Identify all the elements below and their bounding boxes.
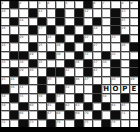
- grid-cell[interactable]: 17: [38, 26, 46, 33]
- black-cell: [130, 68, 138, 75]
- grid-cell[interactable]: 7: [102, 1, 110, 8]
- black-cell: [111, 18, 119, 25]
- grid-cell[interactable]: 41: [65, 68, 73, 75]
- black-cell: [38, 18, 46, 25]
- grid-cell[interactable]: [102, 9, 110, 16]
- grid-cell[interactable]: [130, 103, 138, 110]
- clue-number: 30: [56, 52, 60, 55]
- grid-cell[interactable]: 49: [130, 77, 138, 84]
- clue-number: 15: [121, 18, 125, 21]
- grid-cell[interactable]: 8: [121, 1, 129, 8]
- grid-cell[interactable]: [130, 35, 138, 42]
- black-cell: [65, 111, 73, 118]
- grid-cell[interactable]: [29, 18, 37, 25]
- grid-cell[interactable]: [65, 120, 73, 127]
- grid-cell[interactable]: [111, 43, 119, 50]
- grid-cell[interactable]: 71: [121, 111, 129, 118]
- clue-number: 35: [38, 60, 42, 63]
- grid-cell[interactable]: 55: [19, 94, 27, 101]
- black-cell: [130, 43, 138, 50]
- clue-number: 14: [19, 18, 23, 21]
- grid-cell[interactable]: [102, 35, 110, 42]
- grid-cell[interactable]: 26: [56, 43, 64, 50]
- black-cell: [75, 120, 83, 127]
- black-cell: [10, 94, 18, 101]
- grid-cell[interactable]: 3: [38, 1, 46, 8]
- black-cell: [10, 52, 18, 59]
- grid-cell[interactable]: 62: [65, 103, 73, 110]
- grid-cell[interactable]: [29, 35, 37, 42]
- black-cell: [56, 18, 64, 25]
- black-cell: [84, 103, 92, 110]
- grid-cell[interactable]: 73: [29, 120, 37, 127]
- grid-cell[interactable]: [47, 43, 55, 50]
- grid-cell[interactable]: 54: [1, 94, 9, 101]
- black-cell: [19, 103, 27, 110]
- grid-cell[interactable]: [93, 120, 101, 127]
- grid-cell[interactable]: 11: [38, 9, 46, 16]
- grid-cell[interactable]: [65, 52, 73, 59]
- grid-cell[interactable]: [93, 77, 101, 84]
- grid-cell[interactable]: 67: [47, 111, 55, 118]
- clue-number: 51: [19, 85, 23, 88]
- grid-cell[interactable]: 61: [47, 103, 55, 110]
- grid-cell[interactable]: 6: [93, 1, 101, 8]
- clue-number: 23: [111, 35, 115, 38]
- grid-cell[interactable]: 20: [19, 35, 27, 42]
- grid-cell[interactable]: [1, 111, 9, 118]
- grid-cell[interactable]: O: [111, 85, 119, 93]
- grid-cell[interactable]: [19, 26, 27, 33]
- clue-number: 50: [10, 85, 14, 88]
- black-cell: [56, 9, 64, 16]
- grid-cell[interactable]: [29, 111, 37, 118]
- grid-cell[interactable]: [130, 52, 138, 59]
- grid-cell[interactable]: 22: [84, 35, 92, 42]
- grid-cell[interactable]: 65: [121, 103, 129, 110]
- grid-cell[interactable]: [47, 9, 55, 16]
- grid-cell[interactable]: [56, 77, 64, 84]
- clue-number: 64: [111, 103, 115, 106]
- grid-cell[interactable]: [130, 120, 138, 127]
- grid-cell[interactable]: [10, 120, 18, 127]
- grid-cell[interactable]: [29, 85, 37, 93]
- clue-number: 68: [56, 111, 60, 114]
- clue-number: 47: [84, 77, 88, 80]
- grid-cell[interactable]: 37: [93, 60, 101, 67]
- black-cell: [56, 68, 64, 75]
- black-cell: [75, 94, 83, 101]
- grid-cell[interactable]: [47, 60, 55, 67]
- grid-cell[interactable]: 75: [84, 120, 92, 127]
- clue-number: 25: [38, 43, 42, 46]
- clue-number: 11: [38, 9, 42, 12]
- grid-cell[interactable]: [121, 77, 129, 84]
- black-cell: [38, 85, 46, 93]
- black-cell: [29, 60, 37, 67]
- black-cell: [47, 68, 55, 75]
- clue-number: 44: [10, 77, 14, 80]
- black-cell: [10, 18, 18, 25]
- grid-cell[interactable]: 14: [19, 18, 27, 25]
- grid-cell[interactable]: 45: [47, 77, 55, 84]
- clue-number: 21: [47, 35, 51, 38]
- clue-number: 76: [111, 120, 115, 123]
- clue-number: 65: [121, 103, 125, 106]
- clue-number: 19: [121, 26, 125, 29]
- grid-cell[interactable]: [111, 94, 119, 101]
- grid-cell[interactable]: [19, 9, 27, 16]
- clue-number: 52: [65, 85, 69, 88]
- clue-number: 10: [1, 9, 5, 12]
- grid-cell[interactable]: [84, 94, 92, 101]
- clue-number: 62: [65, 103, 69, 106]
- black-cell: [56, 85, 64, 93]
- grid-cell[interactable]: [10, 43, 18, 50]
- clue-number: 69: [75, 111, 79, 114]
- grid-cell[interactable]: [75, 1, 83, 8]
- black-cell: [111, 111, 119, 118]
- grid-cell[interactable]: 29: [29, 52, 37, 59]
- grid-cell[interactable]: 60: [29, 103, 37, 110]
- clue-number: 45: [47, 77, 51, 80]
- grid-cell[interactable]: [1, 52, 9, 59]
- grid-cell[interactable]: 28: [121, 43, 129, 50]
- grid-cell[interactable]: [38, 35, 46, 42]
- black-cell: [47, 26, 55, 33]
- black-cell: [19, 77, 27, 84]
- grid-cell[interactable]: [1, 18, 9, 25]
- grid-cell[interactable]: E: [130, 85, 138, 93]
- clue-number: 32: [111, 52, 115, 55]
- grid-cell[interactable]: 1: [1, 1, 9, 8]
- clue-number: 22: [84, 35, 88, 38]
- grid-cell[interactable]: [10, 9, 18, 16]
- grid-cell[interactable]: 53H: [102, 85, 110, 93]
- grid-cell[interactable]: [93, 35, 101, 42]
- grid-cell[interactable]: [121, 68, 129, 75]
- black-cell: [56, 35, 64, 42]
- clue-number: 57: [56, 94, 60, 97]
- grid-cell[interactable]: 57: [56, 94, 64, 101]
- grid-cell[interactable]: [29, 94, 37, 101]
- black-cell: [93, 111, 101, 118]
- black-cell: [93, 94, 101, 101]
- grid-cell[interactable]: [47, 18, 55, 25]
- grid-cell[interactable]: 68: [56, 111, 64, 118]
- clue-number: 33: [1, 60, 5, 63]
- crossword-app: 1234567891011121314151617181920212223242…: [0, 0, 140, 132]
- clue-number: 26: [56, 43, 60, 46]
- grid-cell[interactable]: 25: [38, 43, 46, 50]
- clue-number: 12: [84, 9, 88, 12]
- grid-cell[interactable]: [10, 103, 18, 110]
- grid-cell[interactable]: 63: [75, 103, 83, 110]
- clue-number: 72: [1, 120, 5, 123]
- grid-cell[interactable]: [65, 94, 73, 101]
- clue-number: 31: [84, 52, 88, 55]
- clue-number: 60: [29, 103, 33, 106]
- filled-letter: E: [131, 86, 136, 93]
- clue-number: 20: [19, 35, 23, 38]
- clue-number: 66: [19, 111, 23, 114]
- grid-cell[interactable]: 48: [111, 77, 119, 84]
- black-cell: [121, 35, 129, 42]
- clue-number: 59: [1, 103, 5, 106]
- black-cell: [121, 94, 129, 101]
- grid-cell[interactable]: [75, 68, 83, 75]
- grid-cell[interactable]: [1, 35, 9, 42]
- black-cell: [19, 52, 27, 59]
- grid-cell[interactable]: [19, 43, 27, 50]
- clue-number: 8: [121, 1, 123, 4]
- black-cell: [75, 18, 83, 25]
- black-cell: [102, 103, 110, 110]
- grid-cell[interactable]: 10: [1, 9, 9, 16]
- clue-number: 61: [47, 103, 51, 106]
- black-cell: [84, 60, 92, 67]
- grid-cell[interactable]: 39: [19, 68, 27, 75]
- black-cell: [65, 43, 73, 50]
- clue-number: 7: [102, 1, 104, 4]
- grid-cell[interactable]: [121, 60, 129, 67]
- grid-cell[interactable]: [29, 77, 37, 84]
- clue-number: 71: [121, 111, 125, 114]
- black-cell: [38, 77, 46, 84]
- grid-cell[interactable]: [130, 94, 138, 101]
- grid-cell[interactable]: [65, 9, 73, 16]
- grid-cell[interactable]: 59: [1, 103, 9, 110]
- grid-cell[interactable]: 74: [56, 120, 64, 127]
- clue-number: 16: [1, 26, 5, 29]
- black-cell: [111, 60, 119, 67]
- clue-number: 24: [1, 43, 5, 46]
- grid-cell[interactable]: [93, 103, 101, 110]
- black-cell: [65, 26, 73, 33]
- grid-cell[interactable]: [102, 43, 110, 50]
- clue-number: 36: [75, 60, 79, 63]
- grid-cell[interactable]: [130, 111, 138, 118]
- grid-cell[interactable]: [1, 68, 9, 75]
- clue-number: 39: [19, 68, 23, 71]
- clue-number: 75: [84, 120, 88, 123]
- black-cell: [84, 1, 92, 8]
- clue-number: 37: [93, 60, 97, 63]
- clue-number: 63: [75, 103, 79, 106]
- clue-number: 48: [111, 77, 115, 80]
- clue-number: 3: [38, 1, 40, 4]
- grid-cell[interactable]: 38: [102, 60, 110, 67]
- black-cell: [65, 60, 73, 67]
- grid-cell[interactable]: 64: [111, 103, 119, 110]
- grid-cell[interactable]: [29, 1, 37, 8]
- grid-cell[interactable]: 76: [111, 120, 119, 127]
- grid-cell[interactable]: [93, 52, 101, 59]
- grid-cell[interactable]: 4: [47, 1, 55, 8]
- black-cell: [10, 111, 18, 118]
- grid-cell[interactable]: 31: [84, 52, 92, 59]
- black-cell: [29, 26, 37, 33]
- clue-number: 28: [121, 43, 125, 46]
- grid-cell[interactable]: [111, 1, 119, 8]
- grid-cell[interactable]: [56, 1, 64, 8]
- grid-cell[interactable]: 33: [1, 60, 9, 67]
- clue-number: 9: [130, 1, 132, 4]
- grid-cell[interactable]: 16: [1, 26, 9, 33]
- grid-cell[interactable]: 18: [93, 26, 101, 33]
- clue-number: 27: [93, 43, 97, 46]
- clue-number: 4: [47, 1, 49, 4]
- grid-cell[interactable]: 27: [93, 43, 101, 50]
- clue-number: 6: [93, 1, 95, 4]
- grid-cell[interactable]: [93, 9, 101, 16]
- grid-cell[interactable]: 66: [19, 111, 27, 118]
- grid-cell[interactable]: [102, 77, 110, 84]
- grid-cell[interactable]: 2: [19, 1, 27, 8]
- crossword-grid: 1234567891011121314151617181920212223242…: [0, 0, 140, 132]
- grid-cell[interactable]: 50: [10, 85, 18, 93]
- black-cell: [75, 35, 83, 42]
- grid-cell[interactable]: [56, 60, 64, 67]
- black-cell: [56, 103, 64, 110]
- grid-cell[interactable]: 19: [121, 26, 129, 33]
- grid-cell[interactable]: 12: [84, 9, 92, 16]
- grid-cell[interactable]: [38, 52, 46, 59]
- clue-number: 41: [65, 68, 69, 71]
- clue-number: 2: [19, 1, 21, 4]
- grid-cell[interactable]: [10, 60, 18, 67]
- grid-cell[interactable]: [130, 26, 138, 33]
- clue-number: 54: [1, 94, 5, 97]
- grid-cell[interactable]: 23: [111, 35, 119, 42]
- black-cell: [29, 9, 37, 16]
- grid-cell[interactable]: 46: [75, 77, 83, 84]
- black-cell: [10, 35, 18, 42]
- clue-number: 34: [19, 60, 23, 63]
- black-cell: [47, 52, 55, 59]
- grid-cell[interactable]: [84, 18, 92, 25]
- grid-cell[interactable]: 70: [84, 111, 92, 118]
- black-cell: [102, 52, 110, 59]
- clue-number: 53: [102, 85, 106, 88]
- grid-cell[interactable]: [75, 43, 83, 50]
- grid-cell[interactable]: 35: [38, 60, 46, 67]
- grid-cell[interactable]: [75, 26, 83, 33]
- grid-cell[interactable]: 40: [29, 68, 37, 75]
- black-cell: [130, 60, 138, 67]
- grid-cell[interactable]: 32: [111, 52, 119, 59]
- black-cell: [29, 43, 37, 50]
- black-cell: [75, 9, 83, 16]
- grid-cell[interactable]: [102, 111, 110, 118]
- clue-number: 5: [65, 1, 67, 4]
- grid-cell[interactable]: 13: [121, 9, 129, 16]
- grid-cell[interactable]: 24: [1, 43, 9, 50]
- grid-cell[interactable]: [121, 120, 129, 127]
- grid-cell[interactable]: 15: [121, 18, 129, 25]
- grid-cell[interactable]: 21: [47, 35, 55, 42]
- grid-cell[interactable]: 42: [93, 68, 101, 75]
- grid-cell[interactable]: [102, 26, 110, 33]
- grid-cell[interactable]: [38, 120, 46, 127]
- grid-cell[interactable]: 47: [84, 77, 92, 84]
- black-cell: [1, 85, 9, 93]
- grid-cell[interactable]: [38, 103, 46, 110]
- grid-cell[interactable]: 9: [130, 1, 138, 8]
- grid-cell[interactable]: P: [121, 85, 129, 93]
- filled-letter: P: [122, 86, 127, 93]
- grid-cell[interactable]: [102, 68, 110, 75]
- grid-cell[interactable]: [121, 52, 129, 59]
- clue-number: 55: [19, 94, 23, 97]
- black-cell: [84, 43, 92, 50]
- grid-cell[interactable]: 5: [65, 1, 73, 8]
- grid-cell[interactable]: 43: [1, 77, 9, 84]
- grid-cell[interactable]: 30: [56, 52, 64, 59]
- clue-number: 38: [102, 60, 106, 63]
- grid-cell[interactable]: [10, 26, 18, 33]
- black-cell: [111, 26, 119, 33]
- clue-number: 46: [75, 77, 79, 80]
- grid-cell[interactable]: 56: [38, 94, 46, 101]
- black-cell: [84, 68, 92, 75]
- clue-number: 70: [84, 111, 88, 114]
- clue-number: 40: [29, 68, 33, 71]
- black-cell: [84, 26, 92, 33]
- grid-cell[interactable]: [38, 68, 46, 75]
- clue-number: 29: [29, 52, 33, 55]
- grid-cell[interactable]: [130, 18, 138, 25]
- grid-cell[interactable]: 44: [10, 77, 18, 84]
- black-cell: [10, 1, 18, 8]
- grid-cell[interactable]: [75, 85, 83, 93]
- grid-cell[interactable]: 72: [1, 120, 9, 127]
- black-cell: [10, 68, 18, 75]
- grid-cell[interactable]: 36: [75, 60, 83, 67]
- grid-cell[interactable]: [130, 9, 138, 16]
- clue-number: 13: [121, 9, 125, 12]
- black-cell: [47, 94, 55, 101]
- grid-cell[interactable]: [84, 85, 92, 93]
- grid-cell[interactable]: [47, 85, 55, 93]
- black-cell: [102, 120, 110, 127]
- grid-cell[interactable]: 52: [65, 85, 73, 93]
- black-cell: [65, 77, 73, 84]
- grid-cell[interactable]: 51: [19, 85, 27, 93]
- filled-letter: O: [113, 86, 119, 93]
- grid-cell[interactable]: [65, 18, 73, 25]
- clue-number: 67: [47, 111, 51, 114]
- black-cell: [19, 120, 27, 127]
- black-cell: [38, 111, 46, 118]
- black-cell: [93, 85, 101, 93]
- grid-cell[interactable]: 34: [19, 60, 27, 67]
- black-cell: [111, 9, 119, 16]
- grid-cell[interactable]: [102, 18, 110, 25]
- clue-number: 74: [56, 120, 60, 123]
- black-cell: [111, 68, 119, 75]
- clue-number: 43: [1, 77, 5, 80]
- clue-number: 73: [29, 120, 33, 123]
- black-cell: [75, 52, 83, 59]
- grid-cell[interactable]: [56, 26, 64, 33]
- black-cell: [93, 18, 101, 25]
- grid-cell[interactable]: 69: [75, 111, 83, 118]
- clue-number: 1: [1, 1, 3, 4]
- grid-cell[interactable]: 58: [102, 94, 110, 101]
- clue-number: 56: [38, 94, 42, 97]
- grid-cell[interactable]: [65, 35, 73, 42]
